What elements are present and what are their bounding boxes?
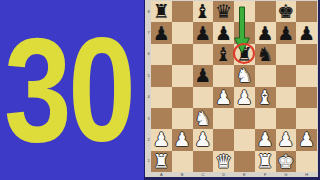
square-c3[interactable]: ♞ [193,108,214,129]
square-a6[interactable] [151,44,172,65]
black-bishop[interactable]: ♝ [194,2,211,21]
white-pawn[interactable]: ♟ [153,130,170,149]
white-bishop[interactable]: ♝ [257,88,274,107]
square-c7[interactable]: ♟ [193,22,214,43]
square-d3[interactable] [213,108,234,129]
white-pawn[interactable]: ♟ [236,88,253,107]
square-b6[interactable] [172,44,193,65]
chess-board-frame: 87654321 ♜♝♛♚♟♟♟♟♟♟♝♜♞♟♞♟♟♝♞♟♟♟♟♟♟♜♛♜♚ A… [144,0,320,180]
white-pawn[interactable]: ♟ [298,130,315,149]
square-h2[interactable]: ♟ [296,129,317,150]
square-h8[interactable] [296,1,317,22]
square-e3[interactable] [234,108,255,129]
square-c2[interactable]: ♟ [193,129,214,150]
square-f2[interactable]: ♟ [255,129,276,150]
square-b3[interactable] [172,108,193,129]
black-king[interactable]: ♚ [277,2,294,21]
square-c6[interactable] [193,44,214,65]
square-f1[interactable]: ♜ [255,151,276,172]
black-bishop[interactable]: ♝ [215,45,232,64]
square-g1[interactable]: ♚ [276,151,297,172]
black-pawn[interactable]: ♟ [194,24,211,43]
white-rook[interactable]: ♜ [153,152,170,171]
square-d7[interactable]: ♟ [213,22,234,43]
black-rook[interactable]: ♜ [236,45,253,64]
square-g5[interactable] [276,65,297,86]
square-b1[interactable] [172,151,193,172]
square-g3[interactable] [276,108,297,129]
square-e6[interactable]: ♜ [234,44,255,65]
square-d2[interactable] [213,129,234,150]
white-queen[interactable]: ♛ [215,152,232,171]
square-b7[interactable] [172,22,193,43]
square-f8[interactable] [255,1,276,22]
screenshot-stage: 30 87654321 ♜♝♛♚♟♟♟♟♟♟♝♜♞♟♞♟♟♝♞♟♟♟♟♟♟♜♛♜… [0,0,320,180]
square-d1[interactable]: ♛ [213,151,234,172]
black-rook[interactable]: ♜ [153,2,170,21]
square-g6[interactable] [276,44,297,65]
square-a8[interactable]: ♜ [151,1,172,22]
white-king[interactable]: ♚ [277,152,294,171]
square-a3[interactable] [151,108,172,129]
square-h3[interactable] [296,108,317,129]
square-a4[interactable] [151,87,172,108]
square-a1[interactable]: ♜ [151,151,172,172]
square-a7[interactable]: ♟ [151,22,172,43]
square-a2[interactable]: ♟ [151,129,172,150]
square-b8[interactable] [172,1,193,22]
square-h4[interactable] [296,87,317,108]
black-pawn[interactable]: ♟ [277,24,294,43]
chess-board[interactable]: ♜♝♛♚♟♟♟♟♟♟♝♜♞♟♞♟♟♝♞♟♟♟♟♟♟♜♛♜♚ [151,1,317,172]
black-pawn[interactable]: ♟ [298,24,315,43]
white-knight[interactable]: ♞ [194,109,211,128]
square-e8[interactable] [234,1,255,22]
white-rook[interactable]: ♜ [257,152,274,171]
black-pawn[interactable]: ♟ [215,24,232,43]
square-d8[interactable]: ♛ [213,1,234,22]
white-pawn[interactable]: ♟ [277,130,294,149]
white-pawn[interactable]: ♟ [194,130,211,149]
square-c1[interactable] [193,151,214,172]
square-h7[interactable]: ♟ [296,22,317,43]
board-bottom-edge [145,177,320,180]
square-c8[interactable]: ♝ [193,1,214,22]
white-pawn[interactable]: ♟ [174,130,191,149]
square-g2[interactable]: ♟ [276,129,297,150]
square-c5[interactable]: ♟ [193,65,214,86]
square-h5[interactable] [296,65,317,86]
square-e7[interactable] [234,22,255,43]
square-h6[interactable] [296,44,317,65]
square-e2[interactable] [234,129,255,150]
square-a5[interactable] [151,65,172,86]
square-f4[interactable]: ♝ [255,87,276,108]
square-f6[interactable]: ♞ [255,44,276,65]
black-pawn[interactable]: ♟ [257,24,274,43]
square-e4[interactable]: ♟ [234,87,255,108]
white-knight[interactable]: ♞ [236,66,253,85]
square-f3[interactable] [255,108,276,129]
square-f7[interactable]: ♟ [255,22,276,43]
square-g7[interactable]: ♟ [276,22,297,43]
square-d6[interactable]: ♝ [213,44,234,65]
counter-panel: 30 [0,0,144,180]
square-b4[interactable] [172,87,193,108]
white-pawn[interactable]: ♟ [215,88,232,107]
square-d5[interactable] [213,65,234,86]
square-f5[interactable] [255,65,276,86]
square-h1[interactable] [296,151,317,172]
square-g4[interactable] [276,87,297,108]
white-pawn[interactable]: ♟ [257,130,274,149]
square-b2[interactable]: ♟ [172,129,193,150]
black-queen[interactable]: ♛ [215,2,232,21]
square-e5[interactable]: ♞ [234,65,255,86]
square-e1[interactable] [234,151,255,172]
square-c4[interactable] [193,87,214,108]
black-pawn[interactable]: ♟ [153,24,170,43]
black-knight[interactable]: ♞ [257,45,274,64]
counter-number: 30 [4,16,132,164]
black-pawn[interactable]: ♟ [194,66,211,85]
square-d4[interactable]: ♟ [213,87,234,108]
square-b5[interactable] [172,65,193,86]
square-g8[interactable]: ♚ [276,1,297,22]
